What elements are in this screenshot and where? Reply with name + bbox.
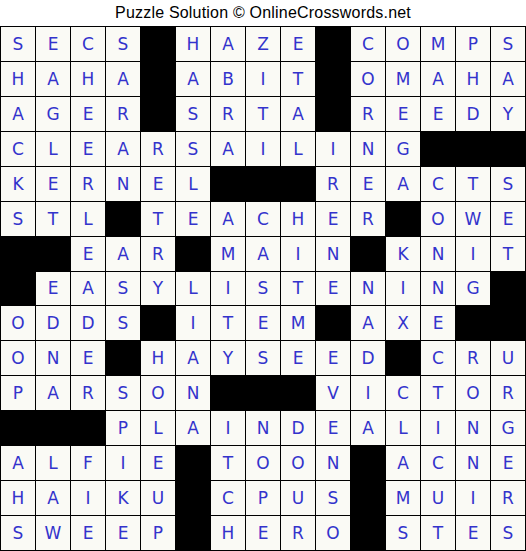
- letter-cell-r7c5: R: [141, 237, 175, 271]
- letter-cell-r7c13: N: [421, 237, 455, 271]
- letter-cell-r3c6: S: [176, 97, 210, 131]
- letter-cell-r10c15: U: [491, 341, 525, 375]
- letter-cell-r6c6: E: [176, 202, 210, 236]
- block-cell-r5c9: [281, 167, 315, 201]
- block-cell-r2c10: [316, 62, 350, 96]
- letter-cell-r8c12: I: [386, 272, 420, 306]
- letter-cell-r14c9: U: [281, 481, 315, 515]
- letter-cell-r3c3: E: [71, 97, 105, 131]
- letter-cell-r15c3: E: [71, 516, 105, 550]
- letter-cell-r10c1: O: [1, 341, 35, 375]
- letter-cell-r13c7: T: [211, 446, 245, 480]
- letter-cell-r8c4: S: [106, 272, 140, 306]
- letter-cell-r14c3: I: [71, 481, 105, 515]
- letter-cell-r13c9: O: [281, 446, 315, 480]
- block-cell-r6c4: [106, 202, 140, 236]
- letter-cell-r6c1: S: [1, 202, 35, 236]
- letter-cell-r6c15: E: [491, 202, 525, 236]
- letter-cell-r6c7: A: [211, 202, 245, 236]
- letter-cell-r5c13: C: [421, 167, 455, 201]
- letter-cell-r13c1: A: [1, 446, 35, 480]
- block-cell-r7c2: [36, 237, 70, 271]
- letter-cell-r6c2: T: [36, 202, 70, 236]
- letter-cell-r2c14: H: [456, 62, 490, 96]
- block-cell-r12c2: [36, 411, 70, 445]
- block-cell-r1c5: [141, 27, 175, 61]
- letter-cell-r2c4: A: [106, 62, 140, 96]
- letter-cell-r7c15: T: [491, 237, 525, 271]
- letter-cell-r5c6: L: [176, 167, 210, 201]
- letter-cell-r15c15: S: [491, 516, 525, 550]
- letter-cell-r3c4: R: [106, 97, 140, 131]
- letter-cell-r14c4: K: [106, 481, 140, 515]
- letter-cell-r8c8: S: [246, 272, 280, 306]
- letter-cell-r15c1: S: [1, 516, 35, 550]
- letter-cell-r2c12: M: [386, 62, 420, 96]
- letter-cell-r1c8: Z: [246, 27, 280, 61]
- letter-cell-r14c13: U: [421, 481, 455, 515]
- letter-cell-r9c4: S: [106, 306, 140, 340]
- letter-cell-r10c10: E: [316, 341, 350, 375]
- block-cell-r7c1: [1, 237, 35, 271]
- block-cell-r8c1: [1, 272, 35, 306]
- block-cell-r9c15: [491, 306, 525, 340]
- letter-cell-r13c5: E: [141, 446, 175, 480]
- letter-cell-r1c7: A: [211, 27, 245, 61]
- letter-cell-r2c6: A: [176, 62, 210, 96]
- block-cell-r12c3: [71, 411, 105, 445]
- block-cell-r12c1: [1, 411, 35, 445]
- letter-cell-r12c10: E: [316, 411, 350, 445]
- block-cell-r4c15: [491, 132, 525, 166]
- letter-cell-r5c10: R: [316, 167, 350, 201]
- letter-cell-r11c6: N: [176, 376, 210, 410]
- letter-cell-r15c8: E: [246, 516, 280, 550]
- letter-cell-r7c9: I: [281, 237, 315, 271]
- letter-cell-r1c13: M: [421, 27, 455, 61]
- letter-cell-r8c10: E: [316, 272, 350, 306]
- letter-cell-r12c8: N: [246, 411, 280, 445]
- letter-cell-r1c11: C: [351, 27, 385, 61]
- letter-cell-r9c7: T: [211, 306, 245, 340]
- letter-cell-r9c2: D: [36, 306, 70, 340]
- letter-cell-r6c13: O: [421, 202, 455, 236]
- letter-cell-r4c7: A: [211, 132, 245, 166]
- letter-cell-r9c12: X: [386, 306, 420, 340]
- letter-cell-r13c4: I: [106, 446, 140, 480]
- letter-cell-r3c14: D: [456, 97, 490, 131]
- letter-cell-r15c13: T: [421, 516, 455, 550]
- letter-cell-r10c13: C: [421, 341, 455, 375]
- letter-cell-r11c4: S: [106, 376, 140, 410]
- letter-cell-r14c8: P: [246, 481, 280, 515]
- letter-cell-r10c9: E: [281, 341, 315, 375]
- block-cell-r9c14: [456, 306, 490, 340]
- block-cell-r3c5: [141, 97, 175, 131]
- block-cell-r11c9: [281, 376, 315, 410]
- letter-cell-r1c12: O: [386, 27, 420, 61]
- letter-cell-r4c10: I: [316, 132, 350, 166]
- letter-cell-r14c5: U: [141, 481, 175, 515]
- block-cell-r2c5: [141, 62, 175, 96]
- letter-cell-r12c15: G: [491, 411, 525, 445]
- letter-cell-r2c3: H: [71, 62, 105, 96]
- letter-cell-r3c11: R: [351, 97, 385, 131]
- block-cell-r6c12: [386, 202, 420, 236]
- letter-cell-r5c4: N: [106, 167, 140, 201]
- letter-cell-r11c14: O: [456, 376, 490, 410]
- letter-cell-r15c9: R: [281, 516, 315, 550]
- letter-cell-r1c15: S: [491, 27, 525, 61]
- letter-cell-r5c1: K: [1, 167, 35, 201]
- letter-cell-r3c2: G: [36, 97, 70, 131]
- letter-cell-r9c3: D: [71, 306, 105, 340]
- letter-cell-r12c13: I: [421, 411, 455, 445]
- block-cell-r13c6: [176, 446, 210, 480]
- letter-cell-r15c10: O: [316, 516, 350, 550]
- letter-cell-r1c2: E: [36, 27, 70, 61]
- block-cell-r9c5: [141, 306, 175, 340]
- letter-cell-r10c5: H: [141, 341, 175, 375]
- letter-cell-r2c9: T: [281, 62, 315, 96]
- letter-cell-r8c3: A: [71, 272, 105, 306]
- letter-cell-r5c11: E: [351, 167, 385, 201]
- letter-cell-r14c14: I: [456, 481, 490, 515]
- block-cell-r14c6: [176, 481, 210, 515]
- letter-cell-r9c1: O: [1, 306, 35, 340]
- letter-cell-r10c8: S: [246, 341, 280, 375]
- letter-cell-r9c8: E: [246, 306, 280, 340]
- letter-cell-r15c4: E: [106, 516, 140, 550]
- letter-cell-r1c14: P: [456, 27, 490, 61]
- letter-cell-r7c10: N: [316, 237, 350, 271]
- letter-cell-r3c13: E: [421, 97, 455, 131]
- letter-cell-r15c2: W: [36, 516, 70, 550]
- letter-cell-r13c3: F: [71, 446, 105, 480]
- letter-cell-r3c12: E: [386, 97, 420, 131]
- letter-cell-r4c8: I: [246, 132, 280, 166]
- block-cell-r10c4: [106, 341, 140, 375]
- letter-cell-r3c7: R: [211, 97, 245, 131]
- letter-cell-r9c11: A: [351, 306, 385, 340]
- letter-cell-r14c15: R: [491, 481, 525, 515]
- letter-cell-r12c14: N: [456, 411, 490, 445]
- page-title: Puzzle Solution © OnlineCrosswords.net: [0, 0, 526, 26]
- letter-cell-r4c3: E: [71, 132, 105, 166]
- block-cell-r11c8: [246, 376, 280, 410]
- letter-cell-r14c7: C: [211, 481, 245, 515]
- letter-cell-r14c10: S: [316, 481, 350, 515]
- letter-cell-r4c11: N: [351, 132, 385, 166]
- letter-cell-r12c5: L: [141, 411, 175, 445]
- block-cell-r3c10: [316, 97, 350, 131]
- letter-cell-r15c12: S: [386, 516, 420, 550]
- block-cell-r1c10: [316, 27, 350, 61]
- letter-cell-r13c8: O: [246, 446, 280, 480]
- letter-cell-r2c1: H: [1, 62, 35, 96]
- letter-cell-r6c10: E: [316, 202, 350, 236]
- block-cell-r9c10: [316, 306, 350, 340]
- puzzle-page: Puzzle Solution © OnlineCrosswords.net S…: [0, 0, 526, 551]
- letter-cell-r1c1: S: [1, 27, 35, 61]
- letter-cell-r15c5: P: [141, 516, 175, 550]
- letter-cell-r5c5: E: [141, 167, 175, 201]
- letter-cell-r15c7: H: [211, 516, 245, 550]
- letter-cell-r6c8: C: [246, 202, 280, 236]
- block-cell-r5c8: [246, 167, 280, 201]
- block-cell-r4c14: [456, 132, 490, 166]
- block-cell-r15c11: [351, 516, 385, 550]
- letter-cell-r2c8: I: [246, 62, 280, 96]
- letter-cell-r8c6: L: [176, 272, 210, 306]
- letter-cell-r3c15: Y: [491, 97, 525, 131]
- letter-cell-r13c15: E: [491, 446, 525, 480]
- block-cell-r13c11: [351, 446, 385, 480]
- letter-cell-r10c7: Y: [211, 341, 245, 375]
- letter-cell-r6c11: R: [351, 202, 385, 236]
- letter-cell-r11c15: R: [491, 376, 525, 410]
- letter-cell-r1c6: H: [176, 27, 210, 61]
- letter-cell-r4c9: L: [281, 132, 315, 166]
- letter-cell-r14c2: A: [36, 481, 70, 515]
- letter-cell-r12c12: L: [386, 411, 420, 445]
- letter-cell-r11c3: R: [71, 376, 105, 410]
- letter-cell-r10c11: D: [351, 341, 385, 375]
- letter-cell-r9c13: E: [421, 306, 455, 340]
- letter-cell-r5c14: T: [456, 167, 490, 201]
- letter-cell-r4c1: C: [1, 132, 35, 166]
- block-cell-r7c11: [351, 237, 385, 271]
- letter-cell-r13c2: L: [36, 446, 70, 480]
- letter-cell-r2c15: A: [491, 62, 525, 96]
- letter-cell-r2c2: A: [36, 62, 70, 96]
- letter-cell-r6c3: L: [71, 202, 105, 236]
- letter-cell-r6c14: W: [456, 202, 490, 236]
- letter-cell-r8c5: Y: [141, 272, 175, 306]
- letter-cell-r7c14: I: [456, 237, 490, 271]
- letter-cell-r11c10: V: [316, 376, 350, 410]
- letter-cell-r9c9: M: [281, 306, 315, 340]
- block-cell-r14c11: [351, 481, 385, 515]
- letter-cell-r3c8: T: [246, 97, 280, 131]
- letter-cell-r4c12: G: [386, 132, 420, 166]
- letter-cell-r13c13: C: [421, 446, 455, 480]
- letter-cell-r2c7: B: [211, 62, 245, 96]
- letter-cell-r11c11: I: [351, 376, 385, 410]
- letter-cell-r8c7: I: [211, 272, 245, 306]
- letter-cell-r11c5: O: [141, 376, 175, 410]
- letter-cell-r15c14: E: [456, 516, 490, 550]
- letter-cell-r11c2: A: [36, 376, 70, 410]
- block-cell-r11c7: [211, 376, 245, 410]
- block-cell-r7c6: [176, 237, 210, 271]
- letter-cell-r11c1: P: [1, 376, 35, 410]
- block-cell-r10c12: [386, 341, 420, 375]
- letter-cell-r3c1: A: [1, 97, 35, 131]
- letter-cell-r7c4: A: [106, 237, 140, 271]
- letter-cell-r9c6: I: [176, 306, 210, 340]
- letter-cell-r6c5: T: [141, 202, 175, 236]
- letter-cell-r12c6: A: [176, 411, 210, 445]
- letter-cell-r13c10: N: [316, 446, 350, 480]
- letter-cell-r4c6: S: [176, 132, 210, 166]
- letter-cell-r4c5: R: [141, 132, 175, 166]
- letter-cell-r11c12: C: [386, 376, 420, 410]
- letter-cell-r5c2: E: [36, 167, 70, 201]
- letter-cell-r7c7: M: [211, 237, 245, 271]
- letter-cell-r5c3: R: [71, 167, 105, 201]
- letter-cell-r14c1: H: [1, 481, 35, 515]
- letter-cell-r7c8: A: [246, 237, 280, 271]
- letter-cell-r10c14: R: [456, 341, 490, 375]
- letter-cell-r4c2: L: [36, 132, 70, 166]
- letter-cell-r12c4: P: [106, 411, 140, 445]
- letter-cell-r12c7: I: [211, 411, 245, 445]
- letter-cell-r14c12: M: [386, 481, 420, 515]
- letter-cell-r8c9: T: [281, 272, 315, 306]
- letter-cell-r12c9: D: [281, 411, 315, 445]
- letter-cell-r1c4: S: [106, 27, 140, 61]
- letter-cell-r11c13: T: [421, 376, 455, 410]
- letter-cell-r10c3: E: [71, 341, 105, 375]
- letter-cell-r12c11: A: [351, 411, 385, 445]
- letter-cell-r8c2: E: [36, 272, 70, 306]
- block-cell-r15c6: [176, 516, 210, 550]
- letter-cell-r8c14: G: [456, 272, 490, 306]
- block-cell-r4c13: [421, 132, 455, 166]
- letter-cell-r8c13: N: [421, 272, 455, 306]
- letter-cell-r3c9: A: [281, 97, 315, 131]
- letter-cell-r4c4: A: [106, 132, 140, 166]
- letter-cell-r6c9: H: [281, 202, 315, 236]
- block-cell-r5c7: [211, 167, 245, 201]
- letter-cell-r2c11: O: [351, 62, 385, 96]
- letter-cell-r8c11: N: [351, 272, 385, 306]
- letter-cell-r13c12: A: [386, 446, 420, 480]
- letter-cell-r5c15: S: [491, 167, 525, 201]
- letter-cell-r10c2: N: [36, 341, 70, 375]
- letter-cell-r10c6: A: [176, 341, 210, 375]
- letter-cell-r2c13: A: [421, 62, 455, 96]
- letter-cell-r1c3: C: [71, 27, 105, 61]
- letter-cell-r7c12: K: [386, 237, 420, 271]
- letter-cell-r7c3: E: [71, 237, 105, 271]
- crossword-grid: SECSHAZECOMPSHAHAABITOMAHAAGERSRTAREEDYC…: [0, 26, 526, 551]
- letter-cell-r5c12: A: [386, 167, 420, 201]
- letter-cell-r1c9: E: [281, 27, 315, 61]
- block-cell-r8c15: [491, 272, 525, 306]
- letter-cell-r13c14: N: [456, 446, 490, 480]
